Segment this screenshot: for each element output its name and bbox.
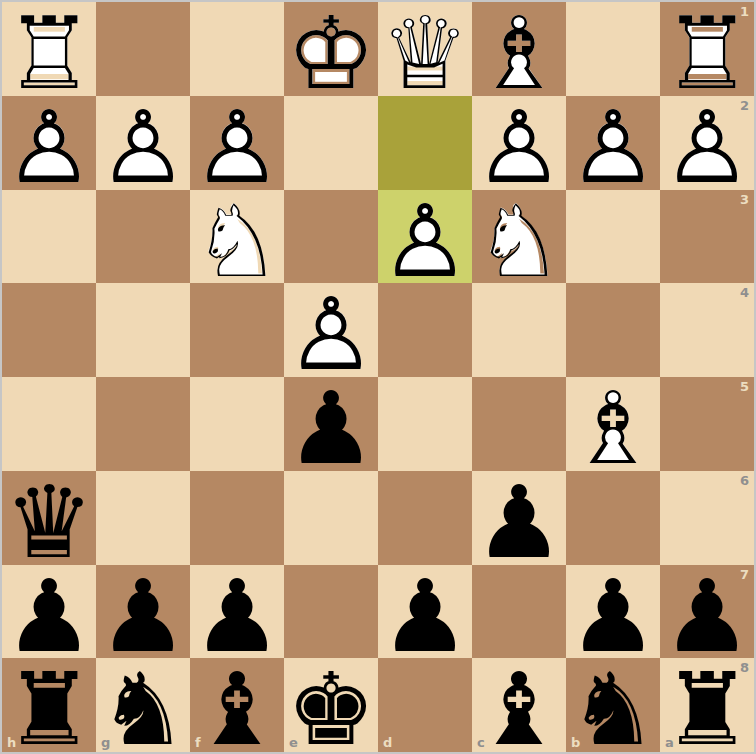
black-rook[interactable]: ♜ [660,658,754,752]
black-piece-body: ♞ [568,660,658,754]
rank-label-3: 3 [740,193,749,206]
square-h2[interactable]: ♟♙ [2,96,96,190]
black-piece-body: ♞ [98,660,188,754]
black-rook[interactable]: ♜ [2,658,96,752]
square-b7[interactable]: ♟ [566,565,660,659]
square-d4[interactable] [378,283,472,377]
black-queen[interactable]: ♛ [2,471,96,565]
black-pawn[interactable]: ♟ [96,565,190,659]
square-c4[interactable] [472,283,566,377]
square-d8[interactable]: d [378,658,472,752]
black-knight[interactable]: ♞ [96,658,190,752]
square-e8[interactable]: e♚ [284,658,378,752]
square-h6[interactable]: ♛ [2,471,96,565]
square-h8[interactable]: h♜ [2,658,96,752]
white-rook[interactable]: ♜♖ [660,2,754,96]
black-piece-body: ♝ [192,660,282,754]
square-f6[interactable] [190,471,284,565]
black-piece-body: ♜ [662,660,752,754]
white-piece-outline: ♙ [4,98,94,198]
square-e5[interactable]: ♟ [284,377,378,471]
rank-label-6: 6 [740,474,749,487]
white-pawn[interactable]: ♟♙ [660,96,754,190]
black-bishop[interactable]: ♝ [190,658,284,752]
chess-board: ♜♖♚♔♛♕♝♗1♜♖♟♙♟♙♟♙♟♙♟♙2♟♙♞♘♟♙♞♘3♟♙4♟♝♗5♛♟… [0,0,756,754]
square-a6[interactable]: 6 [660,471,754,565]
square-c3[interactable]: ♞♘ [472,190,566,284]
square-d7[interactable]: ♟ [378,565,472,659]
square-f5[interactable] [190,377,284,471]
square-g6[interactable] [96,471,190,565]
square-c2[interactable]: ♟♙ [472,96,566,190]
square-f8[interactable]: f♝ [190,658,284,752]
square-b3[interactable] [566,190,660,284]
white-piece-outline: ♘ [192,192,282,292]
square-c6[interactable]: ♟ [472,471,566,565]
square-e4[interactable]: ♟♙ [284,283,378,377]
white-piece-outline: ♕ [380,4,470,104]
square-d1[interactable]: ♛♕ [378,2,472,96]
square-c1[interactable]: ♝♗ [472,2,566,96]
square-d2[interactable] [378,96,472,190]
square-a8[interactable]: 8a♜ [660,658,754,752]
white-knight[interactable]: ♞♘ [472,190,566,284]
square-b4[interactable] [566,283,660,377]
black-pawn[interactable]: ♟ [284,377,378,471]
square-a3[interactable]: 3 [660,190,754,284]
square-h7[interactable]: ♟ [2,565,96,659]
square-h4[interactable] [2,283,96,377]
white-pawn[interactable]: ♟♙ [566,96,660,190]
square-c7[interactable] [472,565,566,659]
rank-label-5: 5 [740,380,749,393]
white-pawn[interactable]: ♟♙ [2,96,96,190]
white-pawn[interactable]: ♟♙ [472,96,566,190]
white-pawn[interactable]: ♟♙ [96,96,190,190]
square-f4[interactable] [190,283,284,377]
white-piece-outline: ♙ [98,98,188,198]
square-e2[interactable] [284,96,378,190]
square-e1[interactable]: ♚♔ [284,2,378,96]
square-d5[interactable] [378,377,472,471]
black-pawn[interactable]: ♟ [190,565,284,659]
black-pawn[interactable]: ♟ [566,565,660,659]
black-pawn[interactable]: ♟ [378,565,472,659]
square-f2[interactable]: ♟♙ [190,96,284,190]
white-rook[interactable]: ♜♖ [2,2,96,96]
black-piece-body: ♝ [474,660,564,754]
square-g7[interactable]: ♟ [96,565,190,659]
square-f3[interactable]: ♞♘ [190,190,284,284]
white-bishop[interactable]: ♝♗ [472,2,566,96]
white-piece-outline: ♘ [474,192,564,292]
square-h1[interactable]: ♜♖ [2,2,96,96]
black-pawn[interactable]: ♟ [2,565,96,659]
white-pawn[interactable]: ♟♙ [378,190,472,284]
square-f7[interactable]: ♟ [190,565,284,659]
white-knight[interactable]: ♞♘ [190,190,284,284]
square-g8[interactable]: g♞ [96,658,190,752]
white-queen[interactable]: ♛♕ [378,2,472,96]
black-knight[interactable]: ♞ [566,658,660,752]
file-label-d: d [383,736,392,749]
rank-label-4: 4 [740,286,749,299]
square-c8[interactable]: c♝ [472,658,566,752]
square-a7[interactable]: 7♟ [660,565,754,659]
square-g3[interactable] [96,190,190,284]
square-h5[interactable] [2,377,96,471]
white-piece-outline: ♙ [568,98,658,198]
square-g4[interactable] [96,283,190,377]
square-f1[interactable] [190,2,284,96]
square-b5[interactable]: ♝♗ [566,377,660,471]
square-h3[interactable] [2,190,96,284]
square-a4[interactable]: 4 [660,283,754,377]
white-pawn[interactable]: ♟♙ [284,283,378,377]
square-b8[interactable]: b♞ [566,658,660,752]
square-a2[interactable]: 2♟♙ [660,96,754,190]
black-pawn[interactable]: ♟ [660,565,754,659]
white-king[interactable]: ♚♔ [284,2,378,96]
white-pawn[interactable]: ♟♙ [190,96,284,190]
square-e6[interactable] [284,471,378,565]
square-d3[interactable]: ♟♙ [378,190,472,284]
black-piece-body: ♟ [380,567,470,667]
square-c5[interactable] [472,377,566,471]
square-e3[interactable] [284,190,378,284]
square-b1[interactable] [566,2,660,96]
black-piece-body: ♟ [474,473,564,573]
white-bishop[interactable]: ♝♗ [566,377,660,471]
white-piece-outline: ♙ [662,98,752,198]
square-g1[interactable] [96,2,190,96]
black-piece-body: ♚ [286,660,376,754]
square-a5[interactable]: 5 [660,377,754,471]
square-a1[interactable]: 1♜♖ [660,2,754,96]
white-piece-outline: ♙ [380,192,470,292]
square-g2[interactable]: ♟♙ [96,96,190,190]
black-piece-body: ♜ [4,660,94,754]
white-piece-outline: ♗ [568,379,658,479]
black-king[interactable]: ♚ [284,658,378,752]
square-d6[interactable] [378,471,472,565]
black-piece-body: ♟ [286,379,376,479]
square-e7[interactable] [284,565,378,659]
square-g5[interactable] [96,377,190,471]
black-pawn[interactable]: ♟ [472,471,566,565]
black-bishop[interactable]: ♝ [472,658,566,752]
square-b6[interactable] [566,471,660,565]
square-b2[interactable]: ♟♙ [566,96,660,190]
white-piece-outline: ♔ [286,4,376,104]
